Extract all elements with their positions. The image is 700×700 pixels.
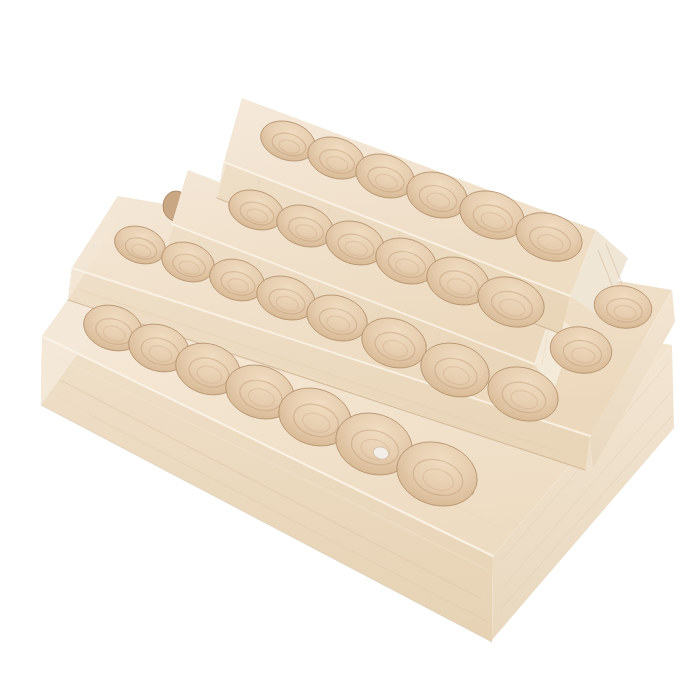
tiered-pit-board-illustration [0,0,700,700]
product-photo-white-background [0,0,700,700]
board-layers [41,98,675,642]
